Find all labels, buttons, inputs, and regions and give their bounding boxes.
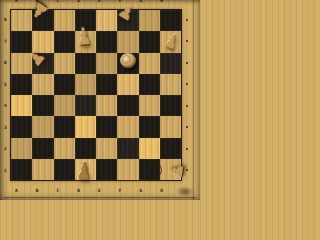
coord-label: A <box>15 188 18 193</box>
pawn-d7-standing: ♟ <box>74 24 94 51</box>
chess-board <box>10 9 182 181</box>
coord-label: 7 <box>4 39 7 44</box>
frame-dot <box>186 105 188 107</box>
square-h5 <box>160 74 181 95</box>
square-b1 <box>32 159 53 180</box>
frame-dot <box>186 126 188 128</box>
square-g7 <box>139 31 160 52</box>
square-h3 <box>160 116 181 137</box>
coord-label: 6 <box>4 60 7 65</box>
coord-label: A <box>15 0 18 3</box>
frame-dot <box>186 62 188 64</box>
square-e4 <box>96 95 117 116</box>
square-h4 <box>160 95 181 116</box>
rank-dots-right <box>186 9 188 181</box>
frame-dot <box>186 83 188 85</box>
coord-label: F <box>119 188 122 193</box>
square-g5 <box>139 74 160 95</box>
square-a5 <box>11 74 32 95</box>
square-c1 <box>54 159 75 180</box>
square-g3 <box>139 116 160 137</box>
square-h6 <box>160 53 181 74</box>
file-labels-bottom: ABCDEFGH <box>6 188 172 193</box>
coord-label: B <box>36 188 39 193</box>
coord-label: D <box>77 188 80 193</box>
square-d4 <box>75 95 96 116</box>
square-c7 <box>54 31 75 52</box>
square-b4 <box>32 95 53 116</box>
coord-label: G <box>140 0 143 3</box>
square-e8 <box>96 10 117 31</box>
square-a2 <box>11 138 32 159</box>
square-e7 <box>96 31 117 52</box>
square-f4 <box>117 95 138 116</box>
coord-label: 4 <box>4 103 7 108</box>
coord-label: G <box>140 188 143 193</box>
square-c8 <box>54 10 75 31</box>
square-e6 <box>96 53 117 74</box>
square-b2 <box>32 138 53 159</box>
square-c3 <box>54 116 75 137</box>
square-c2 <box>54 138 75 159</box>
coord-label: C <box>57 188 60 193</box>
square-a3 <box>11 116 32 137</box>
square-h2 <box>160 138 181 159</box>
square-f5 <box>117 74 138 95</box>
square-c4 <box>54 95 75 116</box>
square-e3 <box>96 116 117 137</box>
spade-logo-icon: ♤ <box>149 165 159 175</box>
square-c6 <box>54 53 75 74</box>
rank-labels-left: 87654321 <box>4 9 7 181</box>
coord-label: H <box>160 188 163 193</box>
coord-label: D <box>77 0 80 3</box>
square-g2 <box>139 138 160 159</box>
pawn-f6-topview <box>120 53 136 68</box>
square-d6 <box>75 53 96 74</box>
coord-label: C <box>57 0 60 3</box>
square-b5 <box>32 74 53 95</box>
frame-plank-seam <box>193 0 194 200</box>
square-e5 <box>96 74 117 95</box>
frame-dot <box>186 19 188 21</box>
square-c5 <box>54 74 75 95</box>
square-d3 <box>75 116 96 137</box>
square-f2 <box>117 138 138 159</box>
pawn-h1-lying: ♟ <box>165 160 187 182</box>
square-g8 <box>139 10 160 31</box>
maker-stamp: ♤ <box>146 162 162 178</box>
square-e1 <box>96 159 117 180</box>
wooden-chessboard-photo: { "game": "chess (overhead photo of a wo… <box>0 0 200 200</box>
frame-dot <box>186 148 188 150</box>
square-b3 <box>32 116 53 137</box>
square-g6 <box>139 53 160 74</box>
coord-label: 3 <box>4 125 7 130</box>
square-a4 <box>11 95 32 116</box>
coord-label: 2 <box>4 146 7 151</box>
pawn-d1-standing: ♟ <box>75 158 94 185</box>
stamp-caption <box>148 179 159 180</box>
file-labels-top: ABCDEFGH <box>6 0 172 3</box>
frame-dot <box>186 40 188 42</box>
square-f7 <box>117 31 138 52</box>
coord-label: 1 <box>4 168 7 173</box>
coord-label: E <box>98 0 101 3</box>
coord-label: 8 <box>4 17 7 22</box>
square-a1 <box>11 159 32 180</box>
coord-label: H <box>160 0 163 3</box>
corner-shadow <box>176 186 194 197</box>
coord-label: E <box>98 188 101 193</box>
square-e2 <box>96 138 117 159</box>
square-g4 <box>139 95 160 116</box>
square-f3 <box>117 116 138 137</box>
square-f1 <box>117 159 138 180</box>
frame-pinstripe <box>4 197 196 198</box>
coord-label: 5 <box>4 82 7 87</box>
square-d5 <box>75 74 96 95</box>
